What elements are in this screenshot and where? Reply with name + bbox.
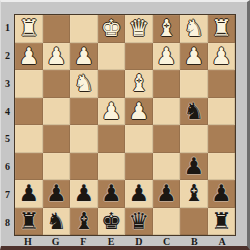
rank-label-6: 6 (1, 153, 14, 181)
file-label-h: H (14, 236, 42, 249)
square-e3[interactable] (98, 70, 126, 98)
white-queen-d1[interactable]: ♛ (128, 15, 149, 42)
white-king-e1[interactable]: ♚ (101, 15, 122, 42)
square-g5[interactable] (43, 125, 71, 153)
square-b3[interactable] (180, 70, 208, 98)
white-pawn-f2[interactable]: ♟ (73, 43, 94, 70)
square-g3[interactable] (43, 70, 71, 98)
white-pawn-g2[interactable]: ♟ (46, 43, 67, 70)
square-d8[interactable]: ♛ (125, 208, 153, 236)
square-b5[interactable] (180, 125, 208, 153)
square-e1[interactable]: ♚ (98, 15, 126, 43)
square-c3[interactable] (153, 70, 181, 98)
square-a8[interactable]: ♜ (208, 208, 236, 236)
black-knight-b4[interactable]: ♞ (183, 98, 204, 125)
file-labels: HGFEDCBA (14, 236, 236, 249)
square-g8[interactable]: ♞ (43, 208, 71, 236)
file-label-d: D (125, 236, 153, 249)
square-c2[interactable]: ♟ (153, 43, 181, 71)
file-label-e: E (97, 236, 125, 249)
square-f5[interactable] (70, 125, 98, 153)
white-bishop-c1[interactable]: ♝ (156, 15, 177, 42)
file-label-g: G (42, 236, 70, 249)
black-queen-d8[interactable]: ♛ (128, 208, 149, 235)
square-h1[interactable]: ♜ (15, 15, 43, 43)
white-pawn-c2[interactable]: ♟ (156, 43, 177, 70)
square-a6[interactable] (208, 153, 236, 181)
black-king-e8[interactable]: ♚ (101, 208, 122, 235)
square-g2[interactable]: ♟ (43, 43, 71, 71)
square-g1[interactable] (43, 15, 71, 43)
square-h5[interactable] (15, 125, 43, 153)
black-pawn-b6[interactable]: ♟ (183, 153, 204, 180)
square-d1[interactable]: ♛ (125, 15, 153, 43)
square-f2[interactable]: ♟ (70, 43, 98, 71)
square-h6[interactable] (15, 153, 43, 181)
square-d7[interactable]: ♟ (125, 180, 153, 208)
square-h3[interactable] (15, 70, 43, 98)
square-c6[interactable] (153, 153, 181, 181)
black-pawn-a7[interactable]: ♟ (211, 180, 232, 207)
black-pawn-c7[interactable]: ♟ (156, 180, 177, 207)
rank-label-8: 8 (1, 208, 14, 236)
square-a5[interactable] (208, 125, 236, 153)
white-pawn-a2[interactable]: ♟ (211, 43, 232, 70)
black-pawn-f7[interactable]: ♟ (73, 180, 94, 207)
square-g4[interactable] (43, 98, 71, 126)
square-g6[interactable] (43, 153, 71, 181)
white-rook-a1[interactable]: ♜ (211, 15, 232, 42)
square-g7[interactable]: ♟ (43, 180, 71, 208)
white-rook-h1[interactable]: ♜ (18, 15, 39, 42)
square-a1[interactable]: ♜ (208, 15, 236, 43)
rank-label-1: 1 (1, 14, 14, 42)
white-bishop-d3[interactable]: ♝ (128, 70, 149, 97)
square-e7[interactable]: ♟ (98, 180, 126, 208)
square-e8[interactable]: ♚ (98, 208, 126, 236)
black-bishop-f8[interactable]: ♝ (73, 208, 94, 235)
rank-label-3: 3 (1, 70, 14, 98)
white-pawn-b2[interactable]: ♟ (183, 43, 204, 70)
square-e2[interactable] (98, 43, 126, 71)
square-a2[interactable]: ♟ (208, 43, 236, 71)
square-c5[interactable] (153, 125, 181, 153)
square-a7[interactable]: ♟ (208, 180, 236, 208)
black-pawn-e7[interactable]: ♟ (101, 180, 122, 207)
square-h4[interactable] (15, 98, 43, 126)
black-pawn-d7[interactable]: ♟ (128, 180, 149, 207)
white-knight-f3[interactable]: ♞ (73, 70, 94, 97)
black-pawn-h7[interactable]: ♟ (18, 180, 39, 207)
black-rook-a8[interactable]: ♜ (211, 208, 232, 235)
square-f7[interactable]: ♟ (70, 180, 98, 208)
square-h7[interactable]: ♟ (15, 180, 43, 208)
chessboard-window: 12345678 ♜♚♛♝♞♜♟♟♟♟♟♟♞♝♟♟♞♟♟♟♟♟♟♟♝♟♜♞♝♚♛… (0, 0, 250, 250)
black-rook-h8[interactable]: ♜ (18, 208, 39, 235)
square-d6[interactable] (125, 153, 153, 181)
square-b7[interactable]: ♝ (180, 180, 208, 208)
square-f3[interactable]: ♞ (70, 70, 98, 98)
chess-board: ♜♚♛♝♞♜♟♟♟♟♟♟♞♝♟♟♞♟♟♟♟♟♟♟♝♟♜♞♝♚♛♜ (14, 14, 236, 236)
black-bishop-b7[interactable]: ♝ (183, 180, 204, 207)
black-pawn-g7[interactable]: ♟ (46, 180, 67, 207)
square-h2[interactable]: ♟ (15, 43, 43, 71)
white-pawn-e4[interactable]: ♟ (101, 98, 122, 125)
rank-label-5: 5 (1, 125, 14, 153)
square-b8[interactable] (180, 208, 208, 236)
square-d4[interactable]: ♟ (125, 98, 153, 126)
square-c1[interactable]: ♝ (153, 15, 181, 43)
square-e5[interactable] (98, 125, 126, 153)
rank-label-7: 7 (1, 181, 14, 209)
white-pawn-h2[interactable]: ♟ (18, 43, 39, 70)
square-c4[interactable] (153, 98, 181, 126)
file-label-f: F (70, 236, 98, 249)
file-label-a: A (208, 236, 236, 249)
square-e4[interactable]: ♟ (98, 98, 126, 126)
square-f4[interactable] (70, 98, 98, 126)
square-f8[interactable]: ♝ (70, 208, 98, 236)
square-a3[interactable] (208, 70, 236, 98)
file-label-c: C (153, 236, 181, 249)
square-a4[interactable] (208, 98, 236, 126)
square-f6[interactable] (70, 153, 98, 181)
square-c7[interactable]: ♟ (153, 180, 181, 208)
square-b4[interactable]: ♞ (180, 98, 208, 126)
square-e6[interactable] (98, 153, 126, 181)
square-f1[interactable] (70, 15, 98, 43)
black-knight-g8[interactable]: ♞ (46, 208, 67, 235)
rank-labels: 12345678 (1, 14, 14, 236)
square-b6[interactable]: ♟ (180, 153, 208, 181)
square-b1[interactable]: ♞ (180, 15, 208, 43)
square-c8[interactable] (153, 208, 181, 236)
square-h8[interactable]: ♜ (15, 208, 43, 236)
white-knight-b1[interactable]: ♞ (183, 15, 204, 42)
square-d2[interactable] (125, 43, 153, 71)
square-d5[interactable] (125, 125, 153, 153)
file-label-b: B (181, 236, 209, 249)
rank-label-4: 4 (1, 97, 14, 125)
square-d3[interactable]: ♝ (125, 70, 153, 98)
white-pawn-d4[interactable]: ♟ (128, 98, 149, 125)
rank-label-2: 2 (1, 42, 14, 70)
square-b2[interactable]: ♟ (180, 43, 208, 71)
